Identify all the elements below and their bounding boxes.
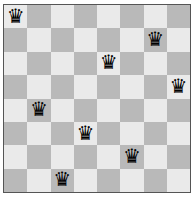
square-h1[interactable] — [167, 169, 190, 192]
square-e1[interactable] — [97, 169, 120, 192]
square-a2[interactable] — [4, 145, 27, 168]
square-d7[interactable] — [74, 28, 97, 51]
square-e3[interactable] — [97, 122, 120, 145]
square-e7[interactable] — [97, 28, 120, 51]
black-queen[interactable]: ♛ — [76, 123, 94, 143]
black-queen[interactable]: ♛ — [53, 169, 71, 189]
square-c2[interactable] — [51, 145, 74, 168]
square-c1[interactable]: ♛ — [51, 169, 74, 192]
square-d4[interactable] — [74, 99, 97, 122]
square-a3[interactable] — [4, 122, 27, 145]
square-b8[interactable] — [27, 5, 50, 28]
square-g6[interactable] — [144, 52, 167, 75]
square-h2[interactable] — [167, 145, 190, 168]
page: ♛♛♛♛♛♛♛♛ — [0, 0, 196, 200]
square-g4[interactable] — [144, 99, 167, 122]
square-h8[interactable] — [167, 5, 190, 28]
square-e8[interactable] — [97, 5, 120, 28]
square-a5[interactable] — [4, 75, 27, 98]
square-b1[interactable] — [27, 169, 50, 192]
black-queen[interactable]: ♛ — [100, 52, 118, 72]
square-h5[interactable]: ♛ — [167, 75, 190, 98]
square-c4[interactable] — [51, 99, 74, 122]
square-c7[interactable] — [51, 28, 74, 51]
square-e5[interactable] — [97, 75, 120, 98]
square-c6[interactable] — [51, 52, 74, 75]
square-a1[interactable] — [4, 169, 27, 192]
square-c8[interactable] — [51, 5, 74, 28]
square-a8[interactable]: ♛ — [4, 5, 27, 28]
black-queen[interactable]: ♛ — [169, 76, 187, 96]
square-f7[interactable] — [120, 28, 143, 51]
square-e4[interactable] — [97, 99, 120, 122]
square-f4[interactable] — [120, 99, 143, 122]
square-c3[interactable] — [51, 122, 74, 145]
square-d2[interactable] — [74, 145, 97, 168]
square-f1[interactable] — [120, 169, 143, 192]
square-g3[interactable] — [144, 122, 167, 145]
square-f3[interactable] — [120, 122, 143, 145]
square-g8[interactable] — [144, 5, 167, 28]
square-b3[interactable] — [27, 122, 50, 145]
square-d1[interactable] — [74, 169, 97, 192]
square-f6[interactable] — [120, 52, 143, 75]
square-b5[interactable] — [27, 75, 50, 98]
square-f5[interactable] — [120, 75, 143, 98]
square-f8[interactable] — [120, 5, 143, 28]
square-g2[interactable] — [144, 145, 167, 168]
square-a4[interactable] — [4, 99, 27, 122]
square-d8[interactable] — [74, 5, 97, 28]
square-g1[interactable] — [144, 169, 167, 192]
square-a6[interactable] — [4, 52, 27, 75]
square-b7[interactable] — [27, 28, 50, 51]
square-f2[interactable]: ♛ — [120, 145, 143, 168]
chess-board: ♛♛♛♛♛♛♛♛ — [3, 4, 191, 193]
square-d5[interactable] — [74, 75, 97, 98]
square-b6[interactable] — [27, 52, 50, 75]
square-d3[interactable]: ♛ — [74, 122, 97, 145]
square-e6[interactable]: ♛ — [97, 52, 120, 75]
square-h4[interactable] — [167, 99, 190, 122]
black-queen[interactable]: ♛ — [123, 146, 141, 166]
square-h6[interactable] — [167, 52, 190, 75]
square-e2[interactable] — [97, 145, 120, 168]
black-queen[interactable]: ♛ — [146, 29, 164, 49]
square-g5[interactable] — [144, 75, 167, 98]
square-d6[interactable] — [74, 52, 97, 75]
square-h3[interactable] — [167, 122, 190, 145]
black-queen[interactable]: ♛ — [7, 6, 25, 26]
square-c5[interactable] — [51, 75, 74, 98]
square-h7[interactable] — [167, 28, 190, 51]
square-b2[interactable] — [27, 145, 50, 168]
square-g7[interactable]: ♛ — [144, 28, 167, 51]
square-a7[interactable] — [4, 28, 27, 51]
square-b4[interactable]: ♛ — [27, 99, 50, 122]
black-queen[interactable]: ♛ — [30, 99, 48, 119]
